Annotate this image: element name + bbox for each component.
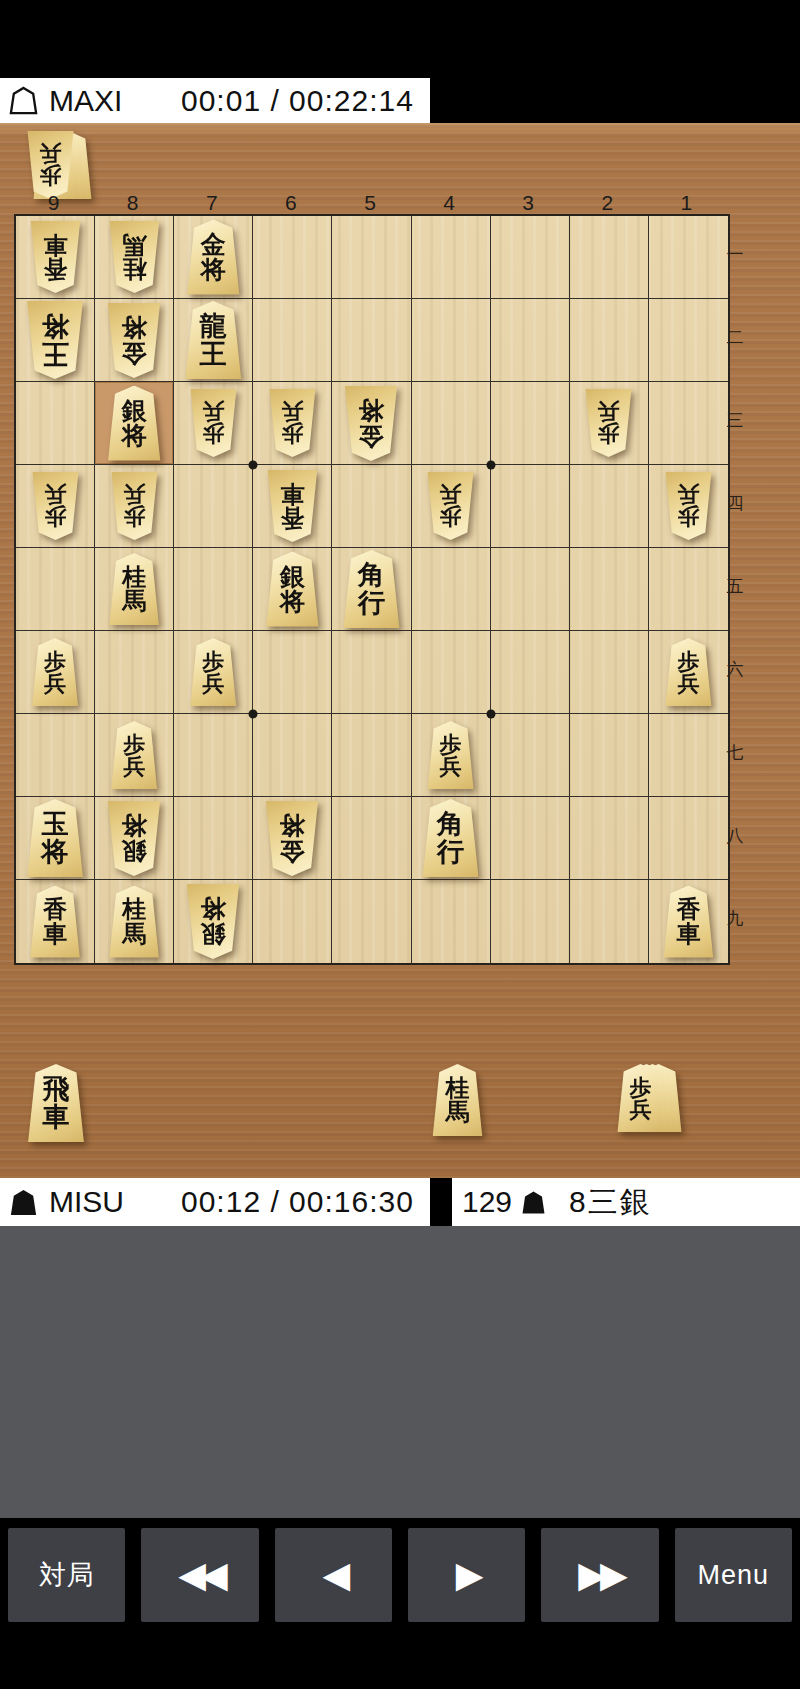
rank-label-8: 八 <box>726 794 744 877</box>
board-cell-15[interactable] <box>649 548 728 631</box>
board-cell-58[interactable] <box>332 797 411 880</box>
board-cell-92[interactable]: 王将 <box>16 299 95 382</box>
piece-銀将-gote[interactable]: 銀将 <box>184 884 242 959</box>
piece-銀将-gote[interactable]: 銀将 <box>105 801 163 876</box>
board-cell-23[interactable]: 歩兵 <box>570 382 649 465</box>
board-cell-44[interactable]: 歩兵 <box>412 465 491 548</box>
piece-桂馬-sente[interactable]: 桂馬 <box>107 886 162 958</box>
board-cell-17[interactable] <box>649 714 728 797</box>
board-cell-63[interactable]: 歩兵 <box>253 382 332 465</box>
sente-player-bar: MISU 00:12 / 00:16:30 <box>0 1178 430 1226</box>
shogi-board: 香車桂馬金将王将金将龍王銀将歩兵歩兵金将歩兵歩兵歩兵香車歩兵歩兵桂馬銀将角行歩兵… <box>14 214 730 965</box>
toolbar: 対局◀◀◀▶▶▶Menu <box>0 1528 800 1622</box>
board-cell-11[interactable] <box>649 216 728 299</box>
rank-label-4: 四 <box>726 462 744 545</box>
file-coordinates: 987654321 <box>14 192 726 214</box>
sente-clock: 00:12 / 00:16:30 <box>181 1185 414 1219</box>
piece-香車-gote[interactable]: 香車 <box>265 470 320 542</box>
file-label-1: 1 <box>647 192 726 214</box>
rank-label-6: 六 <box>726 628 744 711</box>
board-cell-35[interactable] <box>491 548 570 631</box>
board-cell-62[interactable] <box>253 299 332 382</box>
board-cell-61[interactable] <box>253 216 332 299</box>
board-cell-42[interactable] <box>412 299 491 382</box>
piece-飛車-sente[interactable]: 飛車 <box>25 1064 87 1142</box>
board-cell-45[interactable] <box>412 548 491 631</box>
board-cell-31[interactable] <box>491 216 570 299</box>
piece-歩兵-sente[interactable]: 歩兵 <box>663 638 714 706</box>
piece-歩兵-sente[interactable]: 歩兵 <box>109 721 160 789</box>
piece-龍王-sente[interactable]: 龍王 <box>182 301 244 379</box>
menu-button[interactable]: Menu <box>675 1528 792 1622</box>
piece-銀将-sente[interactable]: 銀将 <box>263 552 321 627</box>
file-label-3: 3 <box>489 192 568 214</box>
board-cell-37[interactable] <box>491 714 570 797</box>
board-cell-21[interactable] <box>570 216 649 299</box>
board-cell-59[interactable] <box>332 880 411 963</box>
board-cell-43[interactable] <box>412 382 491 465</box>
piece-金将-gote[interactable]: 金将 <box>263 801 321 876</box>
rewind-to-start-button[interactable]: ◀◀ <box>141 1528 258 1622</box>
piece-角行-sente[interactable]: 角行 <box>340 550 402 628</box>
move-display-bar: 129 8三銀 <box>452 1178 800 1226</box>
board-cell-87[interactable]: 歩兵 <box>95 714 174 797</box>
board-cell-24[interactable] <box>570 465 649 548</box>
board-cell-22[interactable] <box>570 299 649 382</box>
rank-label-5: 五 <box>726 545 744 628</box>
move-text: 8三銀 <box>569 1182 652 1223</box>
board-cell-86[interactable] <box>95 631 174 714</box>
board-cell-26[interactable] <box>570 631 649 714</box>
board-cell-83[interactable]: 銀将 <box>95 382 174 465</box>
board-cell-18[interactable] <box>649 797 728 880</box>
board-cell-65[interactable]: 銀将 <box>253 548 332 631</box>
rank-label-7: 七 <box>726 711 744 794</box>
board-cell-14[interactable]: 歩兵 <box>649 465 728 548</box>
move-side-icon <box>520 1189 547 1216</box>
piece-歩兵-gote[interactable]: 歩兵 <box>25 131 76 199</box>
piece-歩兵-gote[interactable]: 歩兵 <box>109 472 160 540</box>
board-cell-39[interactable] <box>491 880 570 963</box>
board-cell-95[interactable] <box>16 548 95 631</box>
board-cell-25[interactable] <box>570 548 649 631</box>
board-cell-67[interactable] <box>253 714 332 797</box>
file-label-7: 7 <box>172 192 251 214</box>
board-cell-55[interactable]: 角行 <box>332 548 411 631</box>
board-cell-88[interactable]: 銀将 <box>95 797 174 880</box>
board-cell-71[interactable]: 金将 <box>174 216 253 299</box>
piece-玉将-sente[interactable]: 玉将 <box>24 799 86 877</box>
board-cell-51[interactable] <box>332 216 411 299</box>
board-cell-29[interactable] <box>570 880 649 963</box>
board-cell-79[interactable]: 銀将 <box>174 880 253 963</box>
piece-金将-gote[interactable]: 金将 <box>342 386 400 461</box>
board-area: 歩兵 987654321 香車桂馬金将王将金将龍王銀将歩兵歩兵金将歩兵歩兵歩兵香… <box>0 123 800 1178</box>
board-cell-91[interactable]: 香車 <box>16 216 95 299</box>
star-point <box>486 710 495 719</box>
step-forward-button[interactable]: ▶ <box>408 1528 525 1622</box>
piece-王将-gote[interactable]: 王将 <box>24 301 86 379</box>
board-cell-52[interactable] <box>332 299 411 382</box>
rank-label-2: 二 <box>726 296 744 379</box>
board-cell-48[interactable]: 角行 <box>412 797 491 880</box>
rank-label-1: 一 <box>726 213 744 296</box>
file-label-5: 5 <box>330 192 409 214</box>
board-cell-78[interactable] <box>174 797 253 880</box>
board-cell-57[interactable] <box>332 714 411 797</box>
board-cell-93[interactable] <box>16 382 95 465</box>
taikyoku-button[interactable]: 対局 <box>8 1528 125 1622</box>
board-cell-12[interactable] <box>649 299 728 382</box>
gote-clock: 00:01 / 00:22:14 <box>181 84 414 118</box>
piece-歩兵-gote[interactable]: 歩兵 <box>663 472 714 540</box>
board-cell-99[interactable]: 香車 <box>16 880 95 963</box>
file-label-9: 9 <box>14 192 93 214</box>
gote-player-bar: MAXI 00:01 / 00:22:14 <box>0 78 430 123</box>
board-cell-68[interactable]: 金将 <box>253 797 332 880</box>
piece-歩兵-sente[interactable]: 歩兵 <box>30 638 81 706</box>
board-cell-19[interactable]: 香車 <box>649 880 728 963</box>
sente-player-name: MISU <box>49 1185 167 1219</box>
board-cell-27[interactable] <box>570 714 649 797</box>
board-cell-54[interactable] <box>332 465 411 548</box>
board-cell-72[interactable]: 龍王 <box>174 299 253 382</box>
board-cell-16[interactable]: 歩兵 <box>649 631 728 714</box>
board-cell-77[interactable] <box>174 714 253 797</box>
board-cell-46[interactable] <box>412 631 491 714</box>
piece-歩兵-gote[interactable]: 歩兵 <box>188 389 239 457</box>
board-cell-28[interactable] <box>570 797 649 880</box>
star-point <box>249 710 258 719</box>
board-cell-13[interactable] <box>649 382 728 465</box>
board-cell-74[interactable] <box>174 465 253 548</box>
piece-金将-sente[interactable]: 金将 <box>184 220 242 295</box>
rank-label-9: 九 <box>726 877 744 960</box>
piece-歩兵-sente[interactable]: 歩兵 <box>615 1064 666 1132</box>
piece-桂馬-sente[interactable]: 桂馬 <box>107 553 162 625</box>
piece-香車-gote[interactable]: 香車 <box>28 221 83 293</box>
board-cell-98[interactable]: 玉将 <box>16 797 95 880</box>
board-cell-89[interactable]: 桂馬 <box>95 880 174 963</box>
board-cell-84[interactable]: 歩兵 <box>95 465 174 548</box>
gote-player-name: MAXI <box>49 84 167 118</box>
piece-香車-sente[interactable]: 香車 <box>28 886 83 958</box>
board-cell-34[interactable] <box>491 465 570 548</box>
piece-角行-sente[interactable]: 角行 <box>420 799 482 877</box>
gote-piece-icon <box>8 85 39 116</box>
board-cell-81[interactable]: 桂馬 <box>95 216 174 299</box>
board-cell-47[interactable]: 歩兵 <box>412 714 491 797</box>
piece-歩兵-gote[interactable]: 歩兵 <box>583 389 634 457</box>
file-label-6: 6 <box>251 192 330 214</box>
board-cell-69[interactable] <box>253 880 332 963</box>
star-point <box>249 461 258 470</box>
file-label-8: 8 <box>93 192 172 214</box>
piece-金将-gote[interactable]: 金将 <box>105 303 163 378</box>
board-cell-82[interactable]: 金将 <box>95 299 174 382</box>
shogi-app: MAXI 00:01 / 00:22:14 歩兵 987654321 香車桂馬金… <box>0 0 800 1689</box>
board-cell-94[interactable]: 歩兵 <box>16 465 95 548</box>
board-cell-97[interactable] <box>16 714 95 797</box>
piece-歩兵-sente[interactable]: 歩兵 <box>188 638 239 706</box>
piece-歩兵-gote[interactable]: 歩兵 <box>30 472 81 540</box>
board-cell-56[interactable] <box>332 631 411 714</box>
forward-to-end-button[interactable]: ▶▶ <box>541 1528 658 1622</box>
board-cell-53[interactable]: 金将 <box>332 382 411 465</box>
board-cell-75[interactable] <box>174 548 253 631</box>
sente-piece-icon <box>8 1187 39 1218</box>
board-cell-36[interactable] <box>491 631 570 714</box>
board-cell-96[interactable]: 歩兵 <box>16 631 95 714</box>
board-cell-32[interactable] <box>491 299 570 382</box>
info-panel <box>0 1226 800 1518</box>
board-cell-33[interactable] <box>491 382 570 465</box>
board-cell-66[interactable] <box>253 631 332 714</box>
board-cell-76[interactable]: 歩兵 <box>174 631 253 714</box>
step-back-button[interactable]: ◀ <box>275 1528 392 1622</box>
star-point <box>486 461 495 470</box>
piece-歩兵-gote[interactable]: 歩兵 <box>425 472 476 540</box>
piece-銀将-sente[interactable]: 銀将 <box>105 386 163 461</box>
rank-label-3: 三 <box>726 379 744 462</box>
board-cell-49[interactable] <box>412 880 491 963</box>
board-cell-41[interactable] <box>412 216 491 299</box>
board-cell-64[interactable]: 香車 <box>253 465 332 548</box>
piece-歩兵-gote[interactable]: 歩兵 <box>267 389 318 457</box>
file-label-2: 2 <box>568 192 647 214</box>
piece-桂馬-sente[interactable]: 桂馬 <box>430 1064 485 1136</box>
piece-桂馬-gote[interactable]: 桂馬 <box>107 221 162 293</box>
piece-歩兵-sente[interactable]: 歩兵 <box>425 721 476 789</box>
move-number: 129 <box>462 1185 512 1219</box>
piece-香車-sente[interactable]: 香車 <box>661 886 716 958</box>
board-cell-38[interactable] <box>491 797 570 880</box>
file-label-4: 4 <box>410 192 489 214</box>
board-cell-85[interactable]: 桂馬 <box>95 548 174 631</box>
board-cell-73[interactable]: 歩兵 <box>174 382 253 465</box>
rank-coordinates: 一二三四五六七八九 <box>726 213 744 961</box>
